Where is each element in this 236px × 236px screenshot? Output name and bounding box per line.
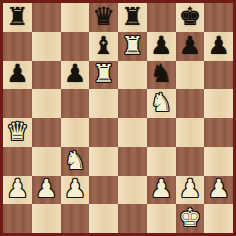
square-g7[interactable]: ♟ xyxy=(176,32,205,61)
white-queen-piece: ♛ xyxy=(6,119,28,144)
square-d2[interactable] xyxy=(89,176,118,205)
square-a2[interactable]: ♟ xyxy=(3,176,32,205)
black-knight-piece: ♞ xyxy=(150,61,172,86)
square-b6[interactable] xyxy=(32,61,61,90)
square-b5[interactable] xyxy=(32,89,61,118)
square-g5[interactable] xyxy=(176,89,205,118)
square-a1[interactable] xyxy=(3,204,32,233)
square-e4[interactable] xyxy=(118,118,147,147)
white-pawn-piece: ♟ xyxy=(64,176,86,201)
square-e1[interactable] xyxy=(118,204,147,233)
square-f3[interactable] xyxy=(147,147,176,176)
square-e2[interactable] xyxy=(118,176,147,205)
square-c7[interactable] xyxy=(61,32,90,61)
white-king-piece: ♚ xyxy=(179,205,201,230)
square-a5[interactable] xyxy=(3,89,32,118)
black-pawn-piece: ♟ xyxy=(64,61,86,86)
square-b3[interactable] xyxy=(32,147,61,176)
square-g1[interactable]: ♚ xyxy=(176,204,205,233)
square-d5[interactable] xyxy=(89,89,118,118)
square-a8[interactable]: ♜ xyxy=(3,3,32,32)
square-c1[interactable] xyxy=(61,204,90,233)
black-king-piece: ♚ xyxy=(179,4,201,29)
square-g8[interactable]: ♚ xyxy=(176,3,205,32)
square-e8[interactable]: ♜ xyxy=(118,3,147,32)
black-pawn-piece: ♟ xyxy=(207,33,229,58)
square-f8[interactable] xyxy=(147,3,176,32)
square-d7[interactable]: ♝ xyxy=(89,32,118,61)
square-c4[interactable] xyxy=(61,118,90,147)
square-c5[interactable] xyxy=(61,89,90,118)
white-rook-piece: ♜ xyxy=(92,61,114,86)
square-f2[interactable]: ♟ xyxy=(147,176,176,205)
white-pawn-piece: ♟ xyxy=(6,176,28,201)
square-c6[interactable]: ♟ xyxy=(61,61,90,90)
black-pawn-piece: ♟ xyxy=(150,33,172,58)
black-rook-piece: ♜ xyxy=(6,4,28,29)
white-pawn-piece: ♟ xyxy=(179,176,201,201)
white-pawn-piece: ♟ xyxy=(150,176,172,201)
square-g2[interactable]: ♟ xyxy=(176,176,205,205)
chess-board: ♜♛♜♚♝♜♟♟♟♟♟♜♞♞♛♞♟♟♟♟♟♟♚ xyxy=(3,3,233,233)
square-f1[interactable] xyxy=(147,204,176,233)
square-h6[interactable] xyxy=(204,61,233,90)
black-pawn-piece: ♟ xyxy=(6,61,28,86)
white-knight-piece: ♞ xyxy=(64,148,86,173)
black-bishop-piece: ♝ xyxy=(92,33,114,58)
square-c3[interactable]: ♞ xyxy=(61,147,90,176)
black-pawn-piece: ♟ xyxy=(179,33,201,58)
square-f5[interactable]: ♞ xyxy=(147,89,176,118)
square-b1[interactable] xyxy=(32,204,61,233)
square-c2[interactable]: ♟ xyxy=(61,176,90,205)
square-d1[interactable] xyxy=(89,204,118,233)
white-rook-piece: ♜ xyxy=(121,33,143,58)
square-g4[interactable] xyxy=(176,118,205,147)
square-f7[interactable]: ♟ xyxy=(147,32,176,61)
square-e7[interactable]: ♜ xyxy=(118,32,147,61)
square-f4[interactable] xyxy=(147,118,176,147)
square-h4[interactable] xyxy=(204,118,233,147)
black-rook-piece: ♜ xyxy=(121,4,143,29)
square-b4[interactable] xyxy=(32,118,61,147)
square-h7[interactable]: ♟ xyxy=(204,32,233,61)
square-g3[interactable] xyxy=(176,147,205,176)
square-g6[interactable] xyxy=(176,61,205,90)
board-frame: ♜♛♜♚♝♜♟♟♟♟♟♜♞♞♛♞♟♟♟♟♟♟♚ xyxy=(0,0,236,236)
square-h1[interactable] xyxy=(204,204,233,233)
square-d8[interactable]: ♛ xyxy=(89,3,118,32)
square-d4[interactable] xyxy=(89,118,118,147)
square-e6[interactable] xyxy=(118,61,147,90)
square-a3[interactable] xyxy=(3,147,32,176)
white-pawn-piece: ♟ xyxy=(207,176,229,201)
square-h5[interactable] xyxy=(204,89,233,118)
white-pawn-piece: ♟ xyxy=(35,176,57,201)
square-a6[interactable]: ♟ xyxy=(3,61,32,90)
square-h2[interactable]: ♟ xyxy=(204,176,233,205)
square-b2[interactable]: ♟ xyxy=(32,176,61,205)
square-c8[interactable] xyxy=(61,3,90,32)
square-e5[interactable] xyxy=(118,89,147,118)
square-b8[interactable] xyxy=(32,3,61,32)
square-d6[interactable]: ♜ xyxy=(89,61,118,90)
square-a7[interactable] xyxy=(3,32,32,61)
square-d3[interactable] xyxy=(89,147,118,176)
white-knight-piece: ♞ xyxy=(150,90,172,115)
square-e3[interactable] xyxy=(118,147,147,176)
square-b7[interactable] xyxy=(32,32,61,61)
square-h3[interactable] xyxy=(204,147,233,176)
square-a4[interactable]: ♛ xyxy=(3,118,32,147)
black-queen-piece: ♛ xyxy=(92,4,114,29)
square-h8[interactable] xyxy=(204,3,233,32)
square-f6[interactable]: ♞ xyxy=(147,61,176,90)
